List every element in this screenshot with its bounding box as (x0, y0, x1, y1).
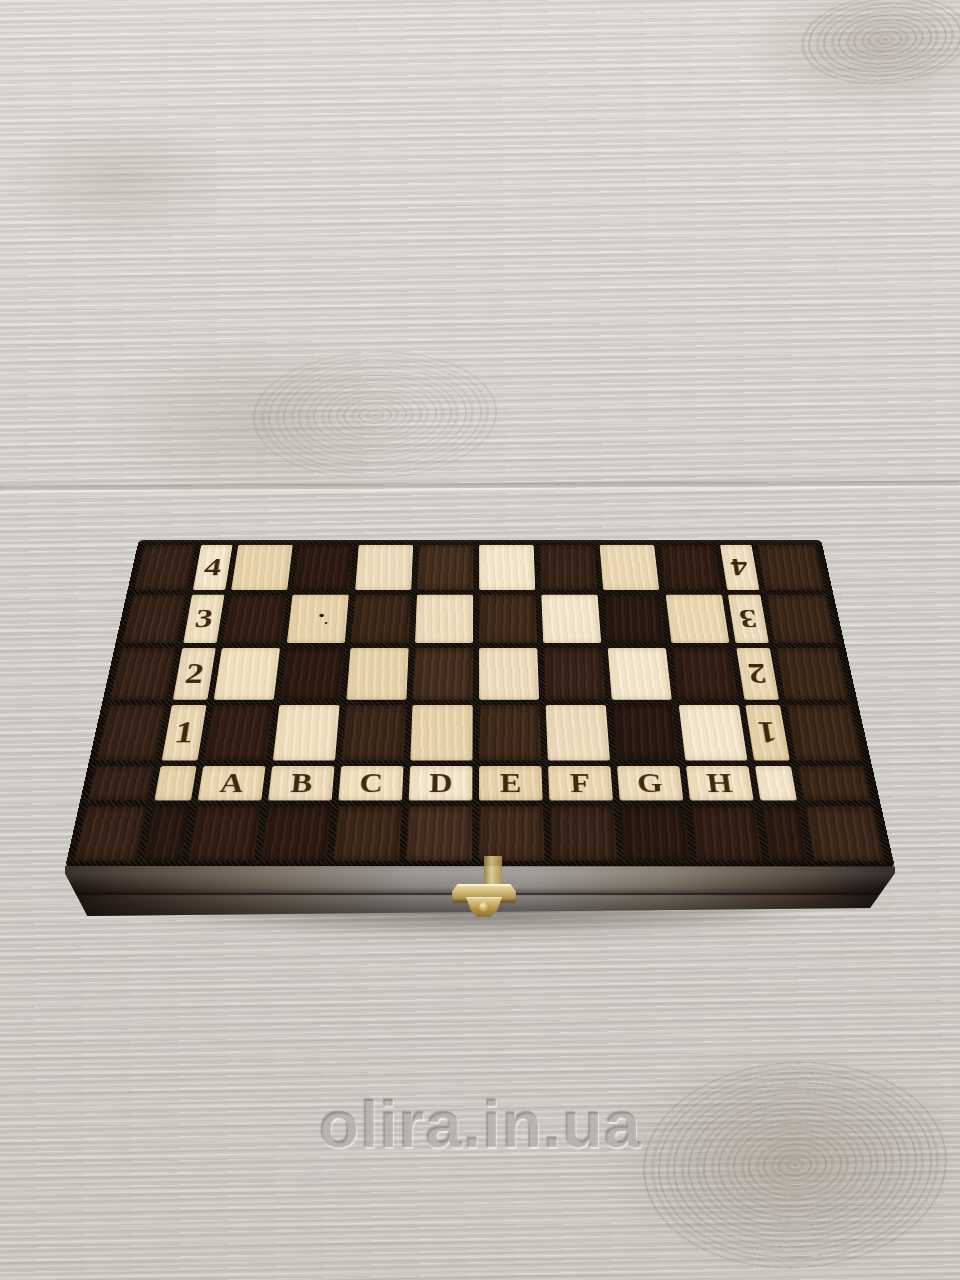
coordinate-glyph: B (289, 769, 313, 797)
file-label-f: F (548, 766, 613, 800)
coordinate-glyph: 3 (193, 605, 215, 632)
border-cell (757, 545, 825, 590)
chessboard-grid: 44332211ABCDEFGH (65, 540, 895, 868)
border-cell (134, 545, 195, 590)
coordinate-glyph: D (429, 769, 453, 797)
square-a1 (204, 705, 273, 761)
square-g4 (600, 545, 660, 590)
rank-label-right-4: 4 (720, 545, 759, 590)
rank-label-left-3: 3 (183, 595, 224, 643)
border-cell (620, 806, 690, 861)
square-c1 (342, 705, 407, 761)
border-cell (123, 595, 186, 643)
coordinate-glyph: 3 (737, 605, 759, 632)
rank-label-right-2: 2 (736, 648, 779, 700)
file-label-g: G (617, 766, 683, 800)
coordinate-glyph: H (705, 769, 734, 797)
square-d4 (417, 545, 473, 590)
square-f3 (541, 595, 601, 643)
square-c4 (355, 545, 413, 590)
square-h1 (679, 705, 748, 761)
border-cell (110, 648, 176, 700)
border-cell (406, 806, 472, 861)
border-cell (261, 806, 331, 861)
clasp-catch-strip (484, 856, 502, 888)
square-g1 (612, 705, 679, 761)
coordinate-glyph: 1 (172, 717, 196, 748)
border-cell (786, 705, 862, 761)
chess-box-lid: 44332211ABCDEFGH (65, 540, 895, 868)
wood-knot (248, 346, 502, 485)
file-label-b: B (268, 766, 334, 800)
coordinate-glyph: E (500, 769, 522, 797)
border-cell (805, 806, 885, 861)
square-d2 (413, 648, 473, 700)
plank-seam (0, 481, 960, 490)
square-e2 (479, 648, 539, 700)
square-b4 (293, 545, 353, 590)
square-d3 (415, 595, 473, 643)
square-e3 (479, 595, 537, 643)
square-f1 (546, 705, 610, 761)
border-cell (761, 806, 807, 861)
square-g3 (604, 595, 666, 643)
square-e1 (479, 705, 541, 761)
square-a4 (231, 545, 293, 590)
square-a2 (214, 648, 280, 700)
border-cell (334, 806, 402, 861)
wood-knot (635, 1052, 956, 1278)
square-f2 (543, 648, 605, 700)
rank-label-right-1: 1 (745, 705, 790, 761)
border-cell (97, 705, 166, 761)
rank-label-left-2: 2 (173, 648, 216, 700)
square-d1 (410, 705, 472, 761)
coordinate-glyph: 2 (183, 659, 206, 688)
square-a3 (223, 595, 287, 643)
square-c2 (346, 648, 408, 700)
rank-label-right-3: 3 (728, 595, 769, 643)
watermark-text: olira.in.ua (319, 1086, 642, 1162)
coordinate-glyph: C (359, 769, 384, 797)
square-h4 (660, 545, 721, 590)
coordinate-glyph: 4 (729, 555, 750, 580)
square-c3 (351, 595, 411, 643)
coordinate-glyph: A (218, 769, 245, 797)
border-cell (88, 766, 154, 800)
file-label-e: E (479, 766, 543, 800)
coordinate-glyph: 1 (755, 717, 779, 748)
file-label-d: D (409, 766, 473, 800)
square-g2 (608, 648, 672, 700)
border-cell (188, 806, 260, 861)
square-e4 (479, 545, 535, 590)
corner-cell-right (755, 766, 797, 800)
border-cell (550, 806, 618, 861)
square-h2 (672, 648, 738, 700)
brass-clasp-knob (479, 902, 490, 912)
border-cell (766, 595, 836, 643)
border-cell (691, 806, 763, 861)
coordinate-glyph: 4 (202, 555, 223, 580)
rank-label-left-1: 1 (162, 705, 207, 761)
corner-cell-left (154, 766, 196, 800)
border-cell (797, 766, 871, 800)
square-b2 (280, 648, 344, 700)
border-cell (75, 806, 147, 861)
file-label-a: A (198, 766, 266, 800)
border-cell (143, 806, 190, 861)
rank-label-left-4: 4 (193, 545, 233, 590)
border-cell (776, 648, 849, 700)
wood-knot (791, 0, 960, 95)
coordinate-glyph: F (570, 769, 591, 797)
coordinate-glyph: 2 (746, 659, 769, 688)
square-h3 (666, 595, 730, 643)
square-b3 (287, 595, 349, 643)
coordinate-glyph: G (636, 769, 664, 797)
square-f4 (539, 545, 597, 590)
file-label-h: H (686, 766, 754, 800)
square-b1 (273, 705, 340, 761)
file-label-c: C (338, 766, 403, 800)
border-cell (479, 806, 545, 861)
